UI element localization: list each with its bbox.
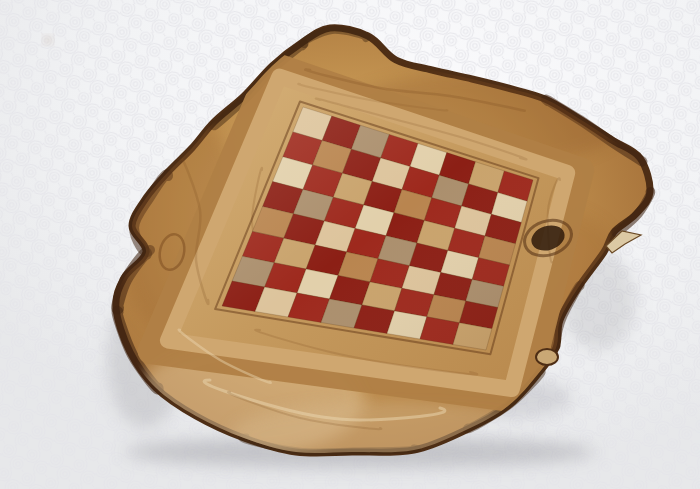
scene-photo — [0, 0, 700, 489]
tablecloth-stain — [45, 37, 51, 43]
sapwood-knob — [536, 349, 558, 365]
scene — [0, 0, 700, 489]
